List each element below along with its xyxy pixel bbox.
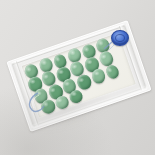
- gem-stone: [40, 98, 57, 115]
- gem-parcel: [22, 33, 118, 66]
- acrylic-case: [6, 20, 151, 132]
- photo-scene: [0, 0, 155, 155]
- gem-stone: [91, 68, 106, 85]
- gem-stone: [68, 89, 83, 104]
- blue-security-seal: [111, 30, 129, 46]
